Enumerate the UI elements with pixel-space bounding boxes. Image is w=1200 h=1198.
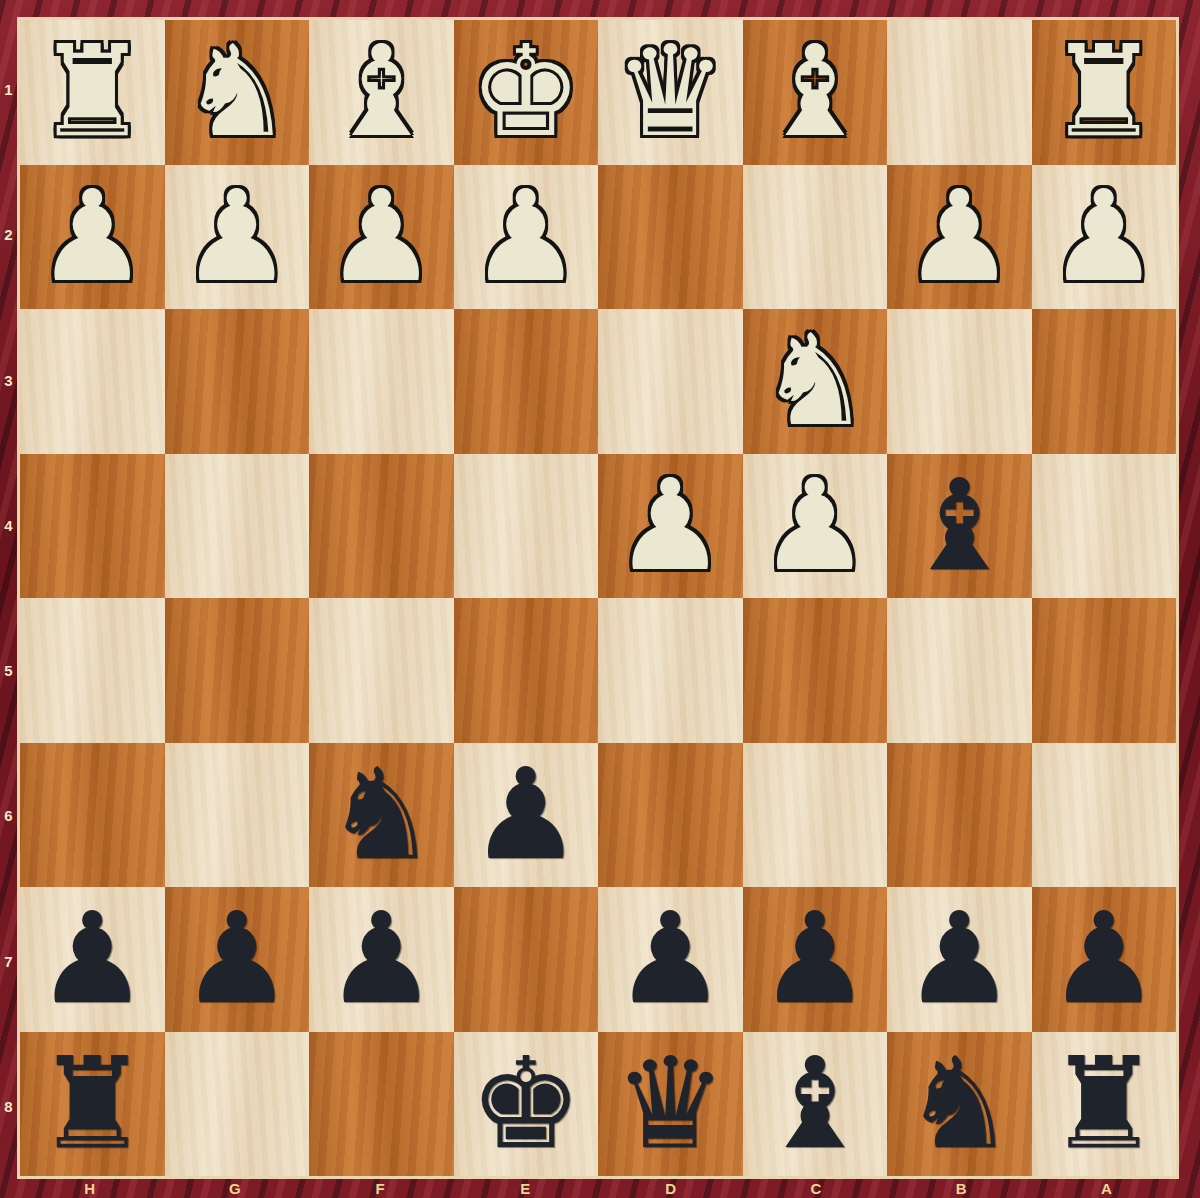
square-e4[interactable] xyxy=(454,454,599,599)
piece-white-pawn: ♟ xyxy=(20,165,165,310)
piece-black-pawn: ♟ xyxy=(598,887,743,1032)
square-e7[interactable] xyxy=(454,887,599,1032)
piece-white-knight: ♞ xyxy=(743,309,888,454)
square-g4[interactable] xyxy=(165,454,310,599)
piece-black-bishop: ♝ xyxy=(887,454,1032,599)
square-c3[interactable]: ♞ xyxy=(743,309,888,454)
piece-black-pawn: ♟ xyxy=(743,887,888,1032)
square-h6[interactable] xyxy=(20,743,165,888)
file-label-c: C xyxy=(743,1179,888,1198)
square-f8[interactable] xyxy=(309,1032,454,1177)
square-h8[interactable]: ♜ xyxy=(20,1032,165,1177)
square-f6[interactable]: ♞ xyxy=(309,743,454,888)
rank-label-2: 2 xyxy=(0,162,17,307)
square-a4[interactable] xyxy=(1032,454,1177,599)
piece-white-pawn: ♟ xyxy=(1032,165,1177,310)
piece-white-pawn: ♟ xyxy=(743,454,888,599)
square-a1[interactable]: ♜ xyxy=(1032,20,1177,165)
rank-label-4: 4 xyxy=(0,453,17,598)
square-e6[interactable]: ♟ xyxy=(454,743,599,888)
square-d4[interactable]: ♟ xyxy=(598,454,743,599)
file-label-d: D xyxy=(598,1179,743,1198)
square-b4[interactable]: ♝ xyxy=(887,454,1032,599)
square-g5[interactable] xyxy=(165,598,310,743)
piece-black-bishop: ♝ xyxy=(743,1032,888,1177)
piece-white-pawn: ♟ xyxy=(887,165,1032,310)
file-label-a: A xyxy=(1034,1179,1179,1198)
square-h4[interactable] xyxy=(20,454,165,599)
square-g1[interactable]: ♞ xyxy=(165,20,310,165)
square-g8[interactable] xyxy=(165,1032,310,1177)
piece-black-rook: ♜ xyxy=(20,1032,165,1177)
square-f4[interactable] xyxy=(309,454,454,599)
rank-label-1: 1 xyxy=(0,17,17,162)
rank-labels: 12345678 xyxy=(0,17,17,1179)
square-f5[interactable] xyxy=(309,598,454,743)
square-g3[interactable] xyxy=(165,309,310,454)
square-a5[interactable] xyxy=(1032,598,1177,743)
square-d3[interactable] xyxy=(598,309,743,454)
file-label-e: E xyxy=(453,1179,598,1198)
piece-white-knight: ♞ xyxy=(165,20,310,165)
square-b3[interactable] xyxy=(887,309,1032,454)
piece-black-knight: ♞ xyxy=(309,743,454,888)
square-d1[interactable]: ♛ xyxy=(598,20,743,165)
square-e5[interactable] xyxy=(454,598,599,743)
piece-black-pawn: ♟ xyxy=(1032,887,1177,1032)
square-a3[interactable] xyxy=(1032,309,1177,454)
square-e8[interactable]: ♚ xyxy=(454,1032,599,1177)
square-f3[interactable] xyxy=(309,309,454,454)
square-d7[interactable]: ♟ xyxy=(598,887,743,1032)
file-label-b: B xyxy=(889,1179,1034,1198)
board-frame: 12345678 ♜♞♝♚♛♝♜♟♟♟♟♟♟♞♟♟♝♞♟♟♟♟♟♟♟♟♜♚♛♝♞… xyxy=(0,0,1200,1198)
square-a6[interactable] xyxy=(1032,743,1177,888)
piece-black-pawn: ♟ xyxy=(309,887,454,1032)
square-h2[interactable]: ♟ xyxy=(20,165,165,310)
square-d8[interactable]: ♛ xyxy=(598,1032,743,1177)
square-b7[interactable]: ♟ xyxy=(887,887,1032,1032)
square-b5[interactable] xyxy=(887,598,1032,743)
square-b1[interactable] xyxy=(887,20,1032,165)
square-f2[interactable]: ♟ xyxy=(309,165,454,310)
piece-white-pawn: ♟ xyxy=(309,165,454,310)
square-c1[interactable]: ♝ xyxy=(743,20,888,165)
piece-white-rook: ♜ xyxy=(20,20,165,165)
piece-white-pawn: ♟ xyxy=(165,165,310,310)
square-c7[interactable]: ♟ xyxy=(743,887,888,1032)
square-c2[interactable] xyxy=(743,165,888,310)
rank-label-7: 7 xyxy=(0,889,17,1034)
square-h3[interactable] xyxy=(20,309,165,454)
square-b2[interactable]: ♟ xyxy=(887,165,1032,310)
file-label-f: F xyxy=(308,1179,453,1198)
square-h1[interactable]: ♜ xyxy=(20,20,165,165)
square-a2[interactable]: ♟ xyxy=(1032,165,1177,310)
piece-black-queen: ♛ xyxy=(598,1032,743,1177)
piece-white-king: ♚ xyxy=(454,20,599,165)
square-a8[interactable]: ♜ xyxy=(1032,1032,1177,1177)
square-g6[interactable] xyxy=(165,743,310,888)
square-a7[interactable]: ♟ xyxy=(1032,887,1177,1032)
square-e1[interactable]: ♚ xyxy=(454,20,599,165)
square-f1[interactable]: ♝ xyxy=(309,20,454,165)
square-b8[interactable]: ♞ xyxy=(887,1032,1032,1177)
file-label-h: H xyxy=(17,1179,162,1198)
square-d5[interactable] xyxy=(598,598,743,743)
piece-black-pawn: ♟ xyxy=(165,887,310,1032)
square-b6[interactable] xyxy=(887,743,1032,888)
square-g7[interactable]: ♟ xyxy=(165,887,310,1032)
piece-white-pawn: ♟ xyxy=(454,165,599,310)
rank-label-6: 6 xyxy=(0,743,17,888)
square-h5[interactable] xyxy=(20,598,165,743)
square-c6[interactable] xyxy=(743,743,888,888)
square-e3[interactable] xyxy=(454,309,599,454)
square-g2[interactable]: ♟ xyxy=(165,165,310,310)
piece-white-pawn: ♟ xyxy=(598,454,743,599)
piece-black-rook: ♜ xyxy=(1032,1032,1177,1177)
rank-label-3: 3 xyxy=(0,308,17,453)
piece-white-rook: ♜ xyxy=(1032,20,1177,165)
piece-white-queen: ♛ xyxy=(598,20,743,165)
square-d2[interactable] xyxy=(598,165,743,310)
chess-board: ♜♞♝♚♛♝♜♟♟♟♟♟♟♞♟♟♝♞♟♟♟♟♟♟♟♟♜♚♛♝♞♜ xyxy=(17,17,1179,1179)
piece-white-bishop: ♝ xyxy=(743,20,888,165)
square-c8[interactable]: ♝ xyxy=(743,1032,888,1177)
piece-black-pawn: ♟ xyxy=(454,743,599,888)
file-labels: HGFEDCBA xyxy=(17,1179,1179,1198)
square-d6[interactable] xyxy=(598,743,743,888)
piece-black-pawn: ♟ xyxy=(887,887,1032,1032)
rank-label-5: 5 xyxy=(0,598,17,743)
square-h7[interactable]: ♟ xyxy=(20,887,165,1032)
file-label-g: G xyxy=(162,1179,307,1198)
square-c4[interactable]: ♟ xyxy=(743,454,888,599)
piece-black-pawn: ♟ xyxy=(20,887,165,1032)
rank-label-8: 8 xyxy=(0,1034,17,1179)
square-f7[interactable]: ♟ xyxy=(309,887,454,1032)
square-e2[interactable]: ♟ xyxy=(454,165,599,310)
piece-white-bishop: ♝ xyxy=(309,20,454,165)
square-c5[interactable] xyxy=(743,598,888,743)
piece-black-king: ♚ xyxy=(454,1032,599,1177)
piece-black-knight: ♞ xyxy=(887,1032,1032,1177)
